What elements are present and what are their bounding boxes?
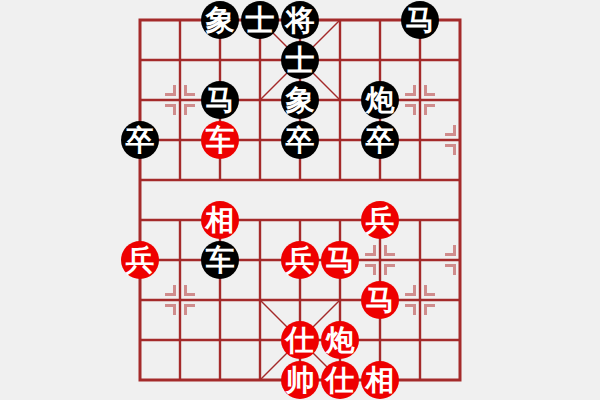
- piece-red-general[interactable]: 帅: [281, 361, 319, 399]
- piece-black-advisor[interactable]: 士: [281, 41, 319, 79]
- piece-black-pawn[interactable]: 卒: [361, 121, 399, 159]
- piece-black-elephant[interactable]: 象: [201, 1, 239, 39]
- piece-black-advisor[interactable]: 士: [241, 1, 279, 39]
- piece-black-horse[interactable]: 马: [201, 81, 239, 119]
- piece-black-pawn[interactable]: 卒: [281, 121, 319, 159]
- piece-red-horse[interactable]: 马: [361, 281, 399, 319]
- piece-red-elephant[interactable]: 相: [201, 201, 239, 239]
- piece-red-elephant[interactable]: 相: [361, 361, 399, 399]
- piece-black-pawn[interactable]: 卒: [121, 121, 159, 159]
- piece-black-general[interactable]: 将: [281, 1, 319, 39]
- piece-red-advisor[interactable]: 仕: [321, 361, 359, 399]
- piece-black-chariot[interactable]: 车: [201, 241, 239, 279]
- piece-black-elephant[interactable]: 象: [281, 81, 319, 119]
- piece-red-pawn[interactable]: 兵: [121, 241, 159, 279]
- piece-red-pawn[interactable]: 兵: [361, 201, 399, 239]
- piece-red-advisor[interactable]: 仕: [281, 321, 319, 359]
- piece-red-pawn[interactable]: 兵: [281, 241, 319, 279]
- board-pieces[interactable]: 象士将马士马象炮卒车卒卒相兵兵车兵马马仕炮帅仕相: [120, 0, 480, 400]
- piece-black-cannon[interactable]: 炮: [361, 81, 399, 119]
- piece-red-cannon[interactable]: 炮: [321, 321, 359, 359]
- xiangqi-board: 象士将马士马象炮卒车卒卒相兵兵车兵马马仕炮帅仕相: [0, 0, 600, 400]
- piece-black-horse[interactable]: 马: [401, 1, 439, 39]
- piece-red-chariot[interactable]: 车: [201, 121, 239, 159]
- piece-red-horse[interactable]: 马: [321, 241, 359, 279]
